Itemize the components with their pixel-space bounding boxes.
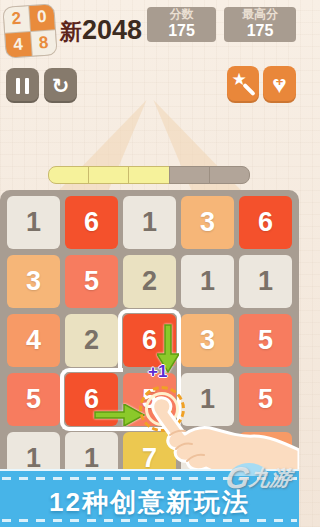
tile-r3c3-highlighted[interactable]: 6 bbox=[123, 314, 176, 367]
tile-r1c3[interactable]: 1 bbox=[123, 196, 176, 249]
tile-r1c4[interactable]: 3 bbox=[181, 196, 234, 249]
logo-tile-8: 8 bbox=[31, 30, 57, 56]
tile-r1c1[interactable]: 1 bbox=[7, 196, 60, 249]
progress-segment bbox=[169, 166, 210, 184]
bonus-plus-one-label: +1 bbox=[148, 362, 167, 382]
pause-button[interactable] bbox=[6, 68, 39, 103]
tile-r3c1[interactable]: 4 bbox=[7, 314, 60, 367]
tile-r3c4[interactable]: 3 bbox=[181, 314, 234, 367]
progress-segment bbox=[48, 166, 89, 184]
logo-tile-2: 2 bbox=[3, 6, 29, 32]
progress-segment bbox=[209, 166, 250, 184]
lives-button[interactable]: ♥ + bbox=[263, 66, 296, 103]
heart-plus-icon: + bbox=[263, 74, 296, 89]
score-value: 175 bbox=[168, 22, 195, 40]
title-number: 2048 bbox=[82, 15, 142, 45]
tile-r3c5[interactable]: 5 bbox=[239, 314, 292, 367]
promo-banner: G九游 12种创意新玩法 bbox=[0, 469, 299, 527]
magic-wand-button[interactable]: ★ bbox=[227, 66, 259, 103]
tile-r2c5[interactable]: 1 bbox=[239, 255, 292, 308]
tile-r1c5[interactable]: 6 bbox=[239, 196, 292, 249]
tile-r4c4[interactable]: 1 bbox=[181, 373, 234, 426]
level-progress-bar bbox=[48, 166, 250, 184]
restart-icon: ↻ bbox=[52, 75, 70, 96]
app-logo: 2 0 4 8 bbox=[3, 4, 56, 57]
logo-tile-0: 0 bbox=[29, 4, 55, 30]
restart-button[interactable]: ↻ bbox=[44, 68, 77, 103]
pause-icon bbox=[14, 78, 32, 94]
title-prefix: 新 bbox=[60, 19, 82, 44]
tile-r4c1[interactable]: 5 bbox=[7, 373, 60, 426]
wand-handle-icon bbox=[242, 83, 255, 96]
logo-tile-4: 4 bbox=[5, 32, 31, 58]
tile-r2c3[interactable]: 2 bbox=[123, 255, 176, 308]
score-box: 分数 175 bbox=[147, 7, 216, 42]
progress-segment bbox=[128, 166, 169, 184]
tile-r4c5[interactable]: 5 bbox=[239, 373, 292, 426]
score-label: 分数 bbox=[170, 8, 194, 22]
tile-r3c2[interactable]: 2 bbox=[65, 314, 118, 367]
best-score-label: 最高分 bbox=[242, 8, 278, 22]
best-score-value: 175 bbox=[247, 22, 274, 40]
tile-r2c4[interactable]: 1 bbox=[181, 255, 234, 308]
banner-slogan: 12种创意新玩法 bbox=[0, 485, 299, 520]
tile-r4c2-highlighted[interactable]: 6 bbox=[65, 373, 118, 426]
progress-segment bbox=[88, 166, 129, 184]
tile-r2c2[interactable]: 5 bbox=[65, 255, 118, 308]
best-score-box: 最高分 175 bbox=[224, 7, 296, 42]
tile-r2c1[interactable]: 3 bbox=[7, 255, 60, 308]
tile-r1c2[interactable]: 6 bbox=[65, 196, 118, 249]
page-title: 新2048 bbox=[60, 15, 142, 47]
